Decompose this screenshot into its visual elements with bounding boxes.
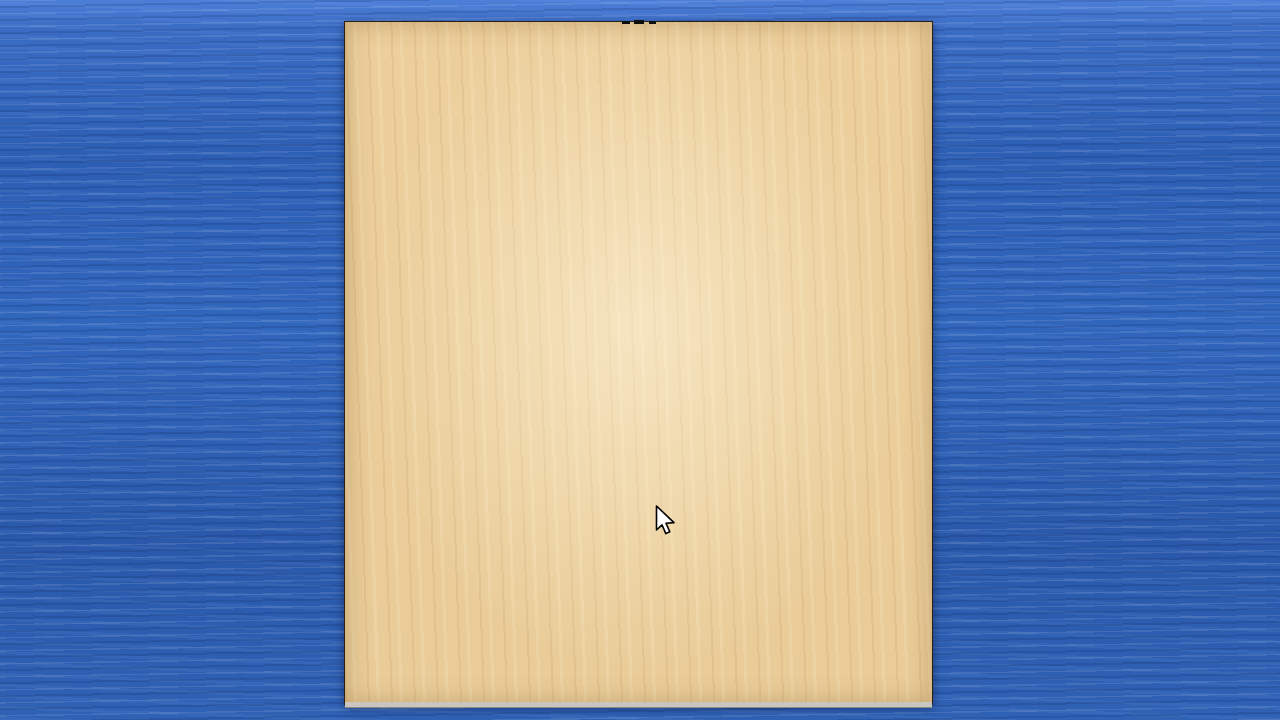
xiangqi-board[interactable]	[345, 22, 932, 704]
left-banner	[140, 92, 236, 704]
board-grid	[345, 22, 932, 704]
cropped-glyph-marks-top	[620, 19, 665, 25]
cropped-text-bottom	[608, 692, 698, 702]
screenshot-stage	[0, 0, 1280, 720]
file-numbers-top	[345, 23, 932, 45]
board-bottom-bevel	[345, 702, 932, 708]
right-banner	[1034, 92, 1130, 704]
